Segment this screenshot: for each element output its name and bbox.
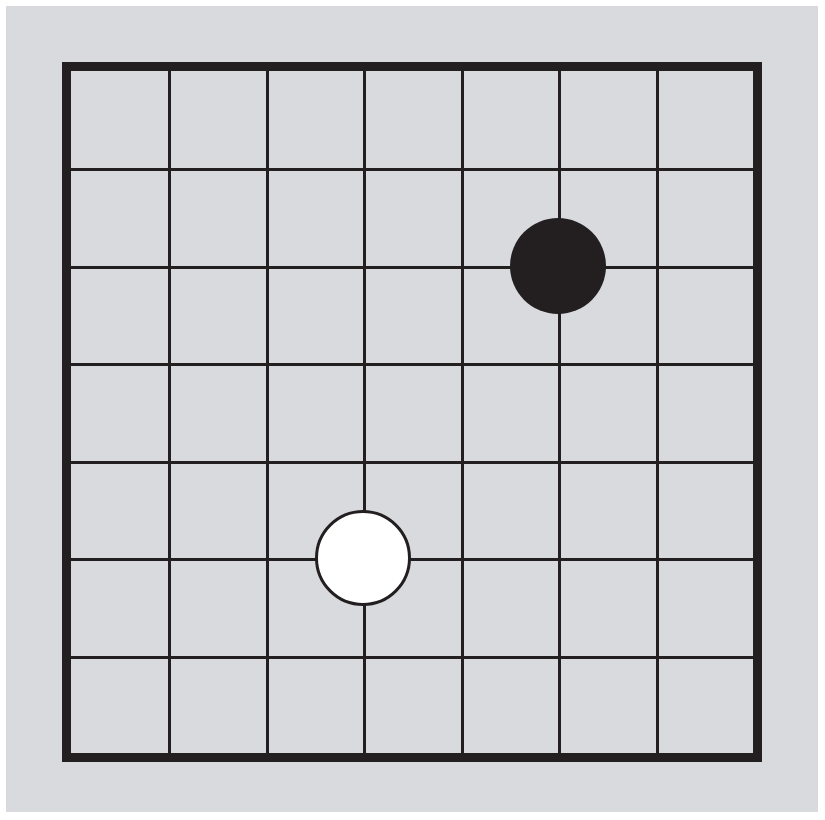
stones-layer xyxy=(71,71,753,753)
go-board[interactable] xyxy=(62,62,762,762)
black-stone[interactable] xyxy=(510,218,606,314)
diagram-page xyxy=(0,0,825,820)
white-stone[interactable] xyxy=(315,510,411,606)
diagram-background xyxy=(6,6,818,812)
